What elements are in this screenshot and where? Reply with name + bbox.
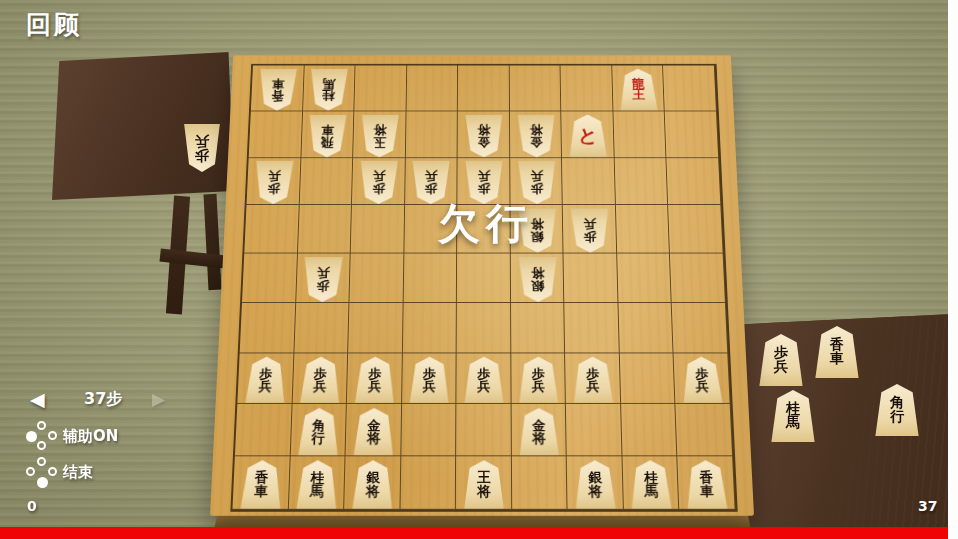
board-square (561, 66, 613, 112)
board-square (458, 66, 510, 112)
board-square: 銀将 (567, 457, 624, 510)
bottom-red-bar (0, 527, 948, 539)
shogi-piece: 歩兵 (463, 357, 504, 404)
shogi-piece: 歩兵 (681, 357, 724, 404)
right-white-strip (948, 0, 958, 539)
board-square: 金将 (511, 404, 567, 456)
board-square: 桂馬 (622, 457, 679, 510)
shogi-piece: 歩兵 (570, 209, 611, 253)
board-square (348, 303, 403, 353)
board-square (565, 303, 620, 353)
board-square: 歩兵 (247, 158, 301, 205)
board-square (618, 303, 674, 353)
shogi-piece: 歩兵 (518, 357, 560, 404)
board-square: 金将 (458, 111, 510, 158)
board-square (242, 254, 298, 303)
board-square (406, 66, 458, 112)
board-square: 香車 (251, 66, 304, 112)
board-square: 金将 (510, 111, 563, 158)
board-square: 歩兵 (352, 158, 405, 205)
board-square (298, 205, 352, 253)
board-square (354, 66, 406, 112)
button-cluster-icon (26, 457, 58, 487)
next-move-button[interactable]: ▶ (152, 389, 165, 409)
shogi-piece: 桂馬 (309, 69, 349, 111)
board-square (621, 404, 678, 456)
board-square (613, 111, 666, 158)
board-square (249, 111, 303, 158)
board-square: 歩兵 (402, 353, 457, 404)
assist-label: 辅助ON (63, 427, 118, 446)
shogi-piece: 金将 (464, 114, 504, 156)
board-square (665, 111, 719, 158)
board-square (244, 205, 299, 253)
counter-right: 37 (918, 498, 937, 514)
last-move-overlay: 欠行 (438, 196, 534, 252)
board-square: 王将 (456, 457, 512, 510)
board-square (403, 303, 458, 353)
board-square (351, 205, 405, 253)
shogi-piece: 香車 (239, 460, 283, 509)
board-square: 歩兵 (563, 205, 617, 253)
shogi-piece: 歩兵 (302, 257, 344, 302)
shogi-piece: 香車 (257, 69, 298, 111)
board-square (240, 303, 296, 353)
board-square (405, 111, 457, 158)
board-square (457, 254, 511, 303)
board-square: 歩兵 (565, 353, 621, 404)
shogi-piece: 銀将 (351, 460, 394, 509)
board-square (400, 457, 456, 510)
board-square (672, 303, 728, 353)
board-square: 銀将 (511, 254, 565, 303)
shogi-piece: 飛車 (307, 114, 348, 156)
shogi-piece: 香車 (685, 460, 729, 509)
board-square: 歩兵 (457, 353, 512, 404)
shogi-piece: 桂馬 (629, 460, 673, 509)
board-square (616, 205, 671, 253)
board-square (670, 254, 726, 303)
board-square (294, 303, 350, 353)
board-square (299, 158, 353, 205)
board-square: 角行 (290, 404, 347, 456)
shogi-piece: 王将 (463, 460, 505, 509)
board-square: 玉将 (353, 111, 406, 158)
board-surface: 香車桂馬龍王飛車玉将金将金将と歩兵歩兵歩兵歩兵歩兵銀将歩兵歩兵銀将歩兵歩兵歩兵歩… (210, 55, 754, 515)
button-cluster-icon (26, 421, 58, 451)
board-square (617, 254, 672, 303)
board-square (562, 158, 616, 205)
board-square: 歩兵 (237, 353, 294, 404)
review-title: 回顾 (26, 8, 82, 41)
board-square (512, 457, 568, 510)
board-square (401, 404, 457, 456)
board-square (511, 303, 566, 353)
board-square: 金将 (346, 404, 402, 456)
shogi-piece: 銀将 (574, 460, 617, 509)
board-square (235, 404, 292, 456)
shogi-review-screen: 歩兵 歩兵香車桂馬角行 香車桂馬龍王飛車玉将金将金将と歩兵歩兵歩兵歩兵歩兵銀将歩… (0, 0, 958, 539)
board-square: 歩兵 (347, 353, 403, 404)
shogi-board: 香車桂馬龍王飛車玉将金将金将と歩兵歩兵歩兵歩兵歩兵銀将歩兵歩兵銀将歩兵歩兵歩兵歩… (210, 55, 754, 515)
board-square: 歩兵 (292, 353, 348, 404)
board-square: と (562, 111, 615, 158)
shogi-piece: 銀将 (517, 257, 558, 302)
board-square: 香車 (232, 457, 290, 510)
board-square (669, 205, 724, 253)
board-square (667, 158, 721, 205)
shogi-piece: 桂馬 (295, 460, 339, 509)
shogi-piece: 歩兵 (408, 357, 450, 404)
board-square: 歩兵 (296, 254, 351, 303)
board-square: 桂馬 (303, 66, 356, 112)
board-square (663, 66, 716, 112)
shogi-piece: 玉将 (360, 114, 400, 156)
shogi-piece: 歩兵 (358, 161, 399, 204)
board-square: 歩兵 (511, 353, 566, 404)
board-square: 飛車 (301, 111, 354, 158)
board-square: 龍王 (612, 66, 665, 112)
board-square (456, 404, 511, 456)
board-square (566, 404, 622, 456)
board-grid: 香車桂馬龍王飛車玉将金将金将と歩兵歩兵歩兵歩兵歩兵銀将歩兵歩兵銀将歩兵歩兵歩兵歩… (230, 64, 737, 512)
board-square (350, 254, 405, 303)
end-label: 结束 (63, 463, 93, 482)
shogi-piece: 歩兵 (354, 357, 396, 404)
board-square (676, 404, 733, 456)
shogi-piece: 金将 (516, 114, 556, 156)
board-square (620, 353, 676, 404)
shogi-piece: 龍王 (618, 69, 658, 111)
counter-left: 0 (27, 498, 37, 514)
shogi-piece: 歩兵 (299, 357, 342, 404)
board-square (564, 254, 619, 303)
shogi-piece: 金将 (518, 408, 560, 456)
board-square (457, 303, 511, 353)
board-square (615, 158, 669, 205)
shogi-piece: と (568, 114, 608, 156)
shogi-piece: 歩兵 (572, 357, 614, 404)
board-square (403, 254, 457, 303)
shogi-piece: 歩兵 (244, 357, 287, 404)
shogi-piece: 金将 (352, 408, 395, 456)
prev-move-button[interactable]: ◀ (30, 388, 45, 410)
shogi-piece: 歩兵 (253, 161, 294, 204)
board-square: 桂馬 (288, 457, 345, 510)
board-square: 香車 (678, 457, 736, 510)
board-square: 銀将 (344, 457, 401, 510)
shogi-piece: 角行 (297, 408, 340, 456)
komadai-leg (203, 194, 221, 291)
board-square: 歩兵 (674, 353, 731, 404)
board-square (509, 66, 561, 112)
